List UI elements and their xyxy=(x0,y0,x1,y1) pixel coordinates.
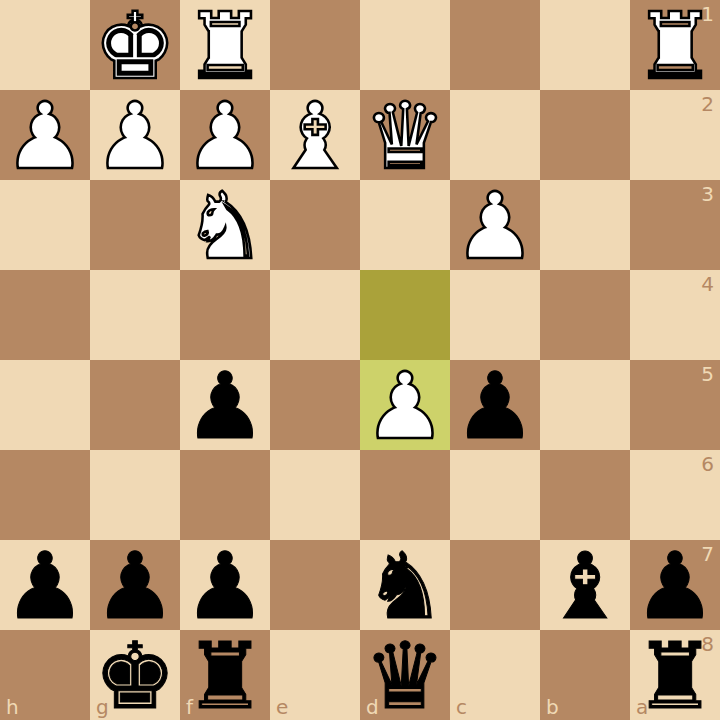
black-pawn-c5[interactable]: ♟ xyxy=(454,362,536,452)
white-rook-f1[interactable]: ♜ xyxy=(184,2,266,92)
square-c4[interactable] xyxy=(450,270,540,360)
square-b1[interactable] xyxy=(540,0,630,90)
square-d1[interactable] xyxy=(360,0,450,90)
square-b4[interactable] xyxy=(540,270,630,360)
square-b2[interactable] xyxy=(540,90,630,180)
square-a6[interactable]: 6 xyxy=(630,450,720,540)
square-e5[interactable] xyxy=(270,360,360,450)
square-g1[interactable]: ♚ xyxy=(90,0,180,90)
square-e6[interactable] xyxy=(270,450,360,540)
black-pawn-g7[interactable]: ♟ xyxy=(94,542,176,632)
square-g6[interactable] xyxy=(90,450,180,540)
square-f4[interactable] xyxy=(180,270,270,360)
black-rook-a8[interactable]: ♜ xyxy=(634,632,716,720)
file-label-e: e xyxy=(276,697,288,717)
square-f8[interactable]: ♜f xyxy=(180,630,270,720)
white-bishop-e2[interactable]: ♝ xyxy=(274,92,356,182)
black-rook-f8[interactable]: ♜ xyxy=(184,632,266,720)
square-h2[interactable]: ♟ xyxy=(0,90,90,180)
square-c1[interactable] xyxy=(450,0,540,90)
square-g3[interactable] xyxy=(90,180,180,270)
square-c3[interactable]: ♟ xyxy=(450,180,540,270)
black-knight-d7[interactable]: ♞ xyxy=(364,542,446,632)
square-g7[interactable]: ♟ xyxy=(90,540,180,630)
square-f7[interactable]: ♟ xyxy=(180,540,270,630)
white-pawn-g2[interactable]: ♟ xyxy=(94,92,176,182)
rank-label-6: 6 xyxy=(701,454,714,474)
square-b7[interactable]: ♝ xyxy=(540,540,630,630)
square-d8[interactable]: ♛d xyxy=(360,630,450,720)
square-h1[interactable] xyxy=(0,0,90,90)
square-b6[interactable] xyxy=(540,450,630,540)
square-e3[interactable] xyxy=(270,180,360,270)
white-pawn-h2[interactable]: ♟ xyxy=(4,92,86,182)
square-e1[interactable] xyxy=(270,0,360,90)
square-d4[interactable] xyxy=(360,270,450,360)
square-b8[interactable]: b xyxy=(540,630,630,720)
square-a8[interactable]: ♜8a xyxy=(630,630,720,720)
square-e8[interactable]: e xyxy=(270,630,360,720)
square-d3[interactable] xyxy=(360,180,450,270)
white-rook-a1[interactable]: ♜ xyxy=(634,2,716,92)
square-e2[interactable]: ♝ xyxy=(270,90,360,180)
white-queen-d2[interactable]: ♛ xyxy=(364,92,446,182)
square-d2[interactable]: ♛ xyxy=(360,90,450,180)
square-b3[interactable] xyxy=(540,180,630,270)
square-h3[interactable] xyxy=(0,180,90,270)
square-h6[interactable] xyxy=(0,450,90,540)
black-king-g8[interactable]: ♚ xyxy=(94,632,176,720)
square-c2[interactable] xyxy=(450,90,540,180)
black-queen-d8[interactable]: ♛ xyxy=(364,632,446,720)
rank-label-4: 4 xyxy=(701,274,714,294)
chess-board: ♚♜♜1♟♟♟♝♛2♞♟34♟♟♟56♟♟♟♞♝♟7h♚g♜fe♛dcb♜8a xyxy=(0,0,720,720)
square-a2[interactable]: 2 xyxy=(630,90,720,180)
black-bishop-b7[interactable]: ♝ xyxy=(544,542,626,632)
square-f5[interactable]: ♟ xyxy=(180,360,270,450)
square-a3[interactable]: 3 xyxy=(630,180,720,270)
square-g8[interactable]: ♚g xyxy=(90,630,180,720)
rank-label-2: 2 xyxy=(701,94,714,114)
square-h4[interactable] xyxy=(0,270,90,360)
square-a7[interactable]: ♟7 xyxy=(630,540,720,630)
white-pawn-f2[interactable]: ♟ xyxy=(184,92,266,182)
white-pawn-c3[interactable]: ♟ xyxy=(454,182,536,272)
square-f2[interactable]: ♟ xyxy=(180,90,270,180)
square-f3[interactable]: ♞ xyxy=(180,180,270,270)
square-e4[interactable] xyxy=(270,270,360,360)
square-h8[interactable]: h xyxy=(0,630,90,720)
white-knight-f3[interactable]: ♞ xyxy=(184,182,266,272)
black-pawn-h7[interactable]: ♟ xyxy=(4,542,86,632)
square-g2[interactable]: ♟ xyxy=(90,90,180,180)
square-f6[interactable] xyxy=(180,450,270,540)
square-d7[interactable]: ♞ xyxy=(360,540,450,630)
white-pawn-d5[interactable]: ♟ xyxy=(364,362,446,452)
file-label-b: b xyxy=(546,697,559,717)
black-pawn-f7[interactable]: ♟ xyxy=(184,542,266,632)
file-label-c: c xyxy=(456,697,467,717)
square-f1[interactable]: ♜ xyxy=(180,0,270,90)
square-c7[interactable] xyxy=(450,540,540,630)
square-c8[interactable]: c xyxy=(450,630,540,720)
square-c6[interactable] xyxy=(450,450,540,540)
white-king-g1[interactable]: ♚ xyxy=(94,2,176,92)
square-h5[interactable] xyxy=(0,360,90,450)
square-a5[interactable]: 5 xyxy=(630,360,720,450)
black-pawn-f5[interactable]: ♟ xyxy=(184,362,266,452)
square-g5[interactable] xyxy=(90,360,180,450)
square-d6[interactable] xyxy=(360,450,450,540)
square-c5[interactable]: ♟ xyxy=(450,360,540,450)
square-a1[interactable]: ♜1 xyxy=(630,0,720,90)
rank-label-5: 5 xyxy=(701,364,714,384)
square-d5[interactable]: ♟ xyxy=(360,360,450,450)
file-label-h: h xyxy=(6,697,19,717)
square-e7[interactable] xyxy=(270,540,360,630)
square-a4[interactable]: 4 xyxy=(630,270,720,360)
square-g4[interactable] xyxy=(90,270,180,360)
square-h7[interactable]: ♟ xyxy=(0,540,90,630)
black-pawn-a7[interactable]: ♟ xyxy=(634,542,716,632)
rank-label-3: 3 xyxy=(701,184,714,204)
square-b5[interactable] xyxy=(540,360,630,450)
